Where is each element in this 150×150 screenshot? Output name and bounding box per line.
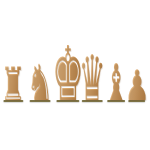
chess-piece-pawn: ♟ — [118, 65, 150, 102]
chess-pieces-photo: ♜ ♞ ♚ ♛ ♝ ♟ — [0, 0, 150, 150]
pawn-piece-icon: ♟ — [124, 65, 150, 107]
